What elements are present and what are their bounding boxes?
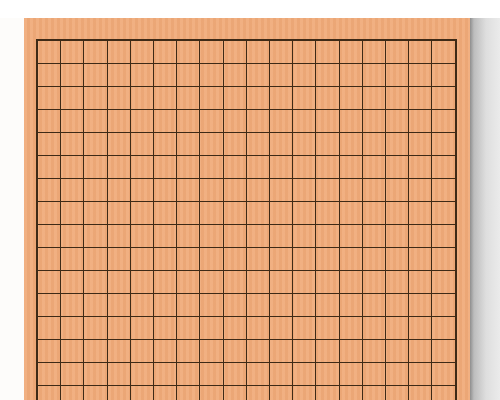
row-labels-strip-right [470, 18, 500, 400]
goban-border [36, 39, 457, 400]
go-board[interactable] [0, 0, 500, 400]
column-labels-strip [0, 0, 500, 18]
row-labels-strip-left [0, 18, 24, 400]
